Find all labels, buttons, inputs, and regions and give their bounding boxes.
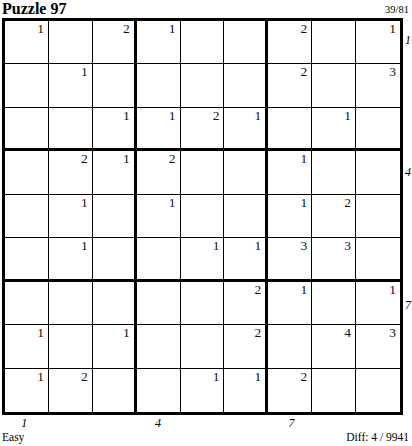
cell-r3c2[interactable] bbox=[49, 108, 93, 151]
cell-r1c2[interactable] bbox=[49, 21, 93, 64]
cell-clue-digit: 1 bbox=[123, 109, 130, 123]
row-label-7: 7 bbox=[405, 299, 411, 311]
cell-r7c7[interactable]: 1 bbox=[268, 282, 312, 325]
cell-r2c3[interactable] bbox=[93, 64, 137, 107]
cell-clue-digit: 1 bbox=[300, 152, 307, 166]
cell-clue-digit: 1 bbox=[255, 109, 262, 123]
cell-r5c6[interactable] bbox=[224, 195, 268, 238]
cell-clue-digit: 2 bbox=[344, 196, 351, 210]
cell-clue-digit: 1 bbox=[169, 22, 176, 36]
cell-r9c6[interactable]: 1 bbox=[224, 369, 268, 412]
cell-r7c9[interactable]: 1 bbox=[356, 282, 400, 325]
cell-clue-digit: 3 bbox=[389, 65, 396, 79]
cell-r8c1[interactable]: 1 bbox=[5, 325, 49, 368]
cell-clue-digit: 1 bbox=[169, 109, 176, 123]
cell-r8c2[interactable] bbox=[49, 325, 93, 368]
cell-clue-digit: 1 bbox=[300, 196, 307, 210]
cell-clue-digit: 2 bbox=[255, 326, 262, 340]
cell-r4c4[interactable]: 2 bbox=[137, 151, 181, 194]
cell-r3c7[interactable] bbox=[268, 108, 312, 151]
cell-r4c8[interactable] bbox=[312, 151, 356, 194]
cell-clue-digit: 1 bbox=[213, 370, 220, 384]
cell-clue-digit: 2 bbox=[300, 65, 307, 79]
cell-clue-digit: 1 bbox=[169, 196, 176, 210]
col-label-1: 1 bbox=[21, 417, 27, 429]
cell-r8c7[interactable] bbox=[268, 325, 312, 368]
cell-r2c8[interactable] bbox=[312, 64, 356, 107]
cell-r9c7[interactable]: 2 bbox=[268, 369, 312, 412]
cell-r1c8[interactable] bbox=[312, 21, 356, 64]
cell-r5c8[interactable]: 2 bbox=[312, 195, 356, 238]
col-coordinate-labels: 147 bbox=[2, 415, 403, 431]
cell-r2c1[interactable] bbox=[5, 64, 49, 107]
cell-r3c9[interactable] bbox=[356, 108, 400, 151]
cell-r7c2[interactable] bbox=[49, 282, 93, 325]
col-label-7: 7 bbox=[289, 417, 295, 429]
cell-clue-digit: 1 bbox=[255, 370, 262, 384]
board: 121211231121121211112111332111124312112 bbox=[2, 18, 403, 415]
cell-clue-digit: 2 bbox=[81, 370, 88, 384]
cell-r6c5[interactable]: 1 bbox=[181, 238, 225, 281]
cell-r9c4[interactable] bbox=[137, 369, 181, 412]
cell-clue-digit: 1 bbox=[81, 239, 88, 253]
cell-clue-digit: 2 bbox=[81, 152, 88, 166]
cell-clue-digit: 1 bbox=[81, 196, 88, 210]
cell-r4c6[interactable] bbox=[224, 151, 268, 194]
cell-r3c6[interactable]: 1 bbox=[224, 108, 268, 151]
cell-r6c1[interactable] bbox=[5, 238, 49, 281]
cell-r2c4[interactable] bbox=[137, 64, 181, 107]
cell-r3c5[interactable]: 2 bbox=[181, 108, 225, 151]
cell-r1c9[interactable]: 1 bbox=[356, 21, 400, 64]
cell-r2c6[interactable] bbox=[224, 64, 268, 107]
cell-r4c2[interactable]: 2 bbox=[49, 151, 93, 194]
row-label-1: 1 bbox=[405, 34, 411, 46]
cell-r2c9[interactable]: 3 bbox=[356, 64, 400, 107]
cell-clue-digit: 2 bbox=[123, 22, 130, 36]
cell-r1c5[interactable] bbox=[181, 21, 225, 64]
cell-clue-digit: 1 bbox=[81, 65, 88, 79]
cell-r9c8[interactable] bbox=[312, 369, 356, 412]
cell-r9c5[interactable]: 1 bbox=[181, 369, 225, 412]
cell-clue-digit: 1 bbox=[37, 370, 44, 384]
cell-r7c5[interactable] bbox=[181, 282, 225, 325]
cell-clue-digit: 1 bbox=[123, 152, 130, 166]
cell-r9c1[interactable]: 1 bbox=[5, 369, 49, 412]
cell-r3c8[interactable]: 1 bbox=[312, 108, 356, 151]
cell-r6c8[interactable]: 3 bbox=[312, 238, 356, 281]
cell-r8c4[interactable] bbox=[137, 325, 181, 368]
cell-r4c9[interactable] bbox=[356, 151, 400, 194]
row-label-4: 4 bbox=[405, 166, 411, 178]
cell-clue-digit: 3 bbox=[389, 326, 396, 340]
puzzle-page: Puzzle 97 39/81 121211231121121211112111… bbox=[0, 0, 412, 446]
cell-clue-digit: 1 bbox=[389, 22, 396, 36]
cell-r9c2[interactable]: 2 bbox=[49, 369, 93, 412]
cell-r4c3[interactable]: 1 bbox=[93, 151, 137, 194]
given-counter: 39/81 bbox=[385, 4, 409, 16]
cell-r5c1[interactable] bbox=[5, 195, 49, 238]
cell-r6c9[interactable] bbox=[356, 238, 400, 281]
cell-clue-digit: 3 bbox=[300, 239, 307, 253]
cell-clue-digit: 2 bbox=[169, 152, 176, 166]
cell-r6c2[interactable]: 1 bbox=[49, 238, 93, 281]
cell-r3c3[interactable]: 1 bbox=[93, 108, 137, 151]
cell-r7c4[interactable] bbox=[137, 282, 181, 325]
cell-clue-digit: 2 bbox=[300, 370, 307, 384]
cell-r5c7[interactable]: 1 bbox=[268, 195, 312, 238]
cell-r9c9[interactable] bbox=[356, 369, 400, 412]
cell-r1c6[interactable] bbox=[224, 21, 268, 64]
cell-r1c4[interactable]: 1 bbox=[137, 21, 181, 64]
cell-r6c3[interactable] bbox=[93, 238, 137, 281]
cell-r6c4[interactable] bbox=[137, 238, 181, 281]
cell-r4c1[interactable] bbox=[5, 151, 49, 194]
cell-r6c7[interactable]: 3 bbox=[268, 238, 312, 281]
cell-clue-digit: 2 bbox=[300, 22, 307, 36]
cell-r8c6[interactable]: 2 bbox=[224, 325, 268, 368]
cell-r8c9[interactable]: 3 bbox=[356, 325, 400, 368]
cell-clue-digit: 1 bbox=[255, 239, 262, 253]
cell-clue-digit: 1 bbox=[37, 22, 44, 36]
cell-r5c4[interactable]: 1 bbox=[137, 195, 181, 238]
cell-r7c3[interactable] bbox=[93, 282, 137, 325]
cell-r5c2[interactable]: 1 bbox=[49, 195, 93, 238]
difficulty-label: Easy bbox=[2, 431, 24, 444]
puzzle-title: Puzzle 97 bbox=[2, 0, 66, 17]
cell-r4c5[interactable] bbox=[181, 151, 225, 194]
cell-clue-digit: 2 bbox=[213, 109, 220, 123]
cell-r8c3[interactable]: 1 bbox=[93, 325, 137, 368]
cell-clue-digit: 1 bbox=[213, 239, 220, 253]
cell-r7c8[interactable] bbox=[312, 282, 356, 325]
cell-r2c7[interactable]: 2 bbox=[268, 64, 312, 107]
cell-r8c5[interactable] bbox=[181, 325, 225, 368]
diff-stat-label: Diff: 4 / 9941 bbox=[346, 431, 409, 444]
cell-clue-digit: 4 bbox=[344, 326, 351, 340]
cell-r1c7[interactable]: 2 bbox=[268, 21, 312, 64]
cell-r1c3[interactable]: 2 bbox=[93, 21, 137, 64]
col-label-4: 4 bbox=[155, 417, 161, 429]
cell-r8c8[interactable]: 4 bbox=[312, 325, 356, 368]
cell-r2c2[interactable]: 1 bbox=[49, 64, 93, 107]
cell-clue-digit: 1 bbox=[344, 109, 351, 123]
cell-r1c1[interactable]: 1 bbox=[5, 21, 49, 64]
cell-r3c1[interactable] bbox=[5, 108, 49, 151]
cell-clue-digit: 1 bbox=[389, 283, 396, 297]
cell-clue-digit: 1 bbox=[37, 326, 44, 340]
cell-clue-digit: 3 bbox=[344, 239, 351, 253]
cell-r4c7[interactable]: 1 bbox=[268, 151, 312, 194]
cell-r5c5[interactable] bbox=[181, 195, 225, 238]
cell-r5c9[interactable] bbox=[356, 195, 400, 238]
cell-r6c6[interactable]: 1 bbox=[224, 238, 268, 281]
cell-clue-digit: 1 bbox=[300, 283, 307, 297]
cell-r7c1[interactable] bbox=[5, 282, 49, 325]
cell-clue-digit: 1 bbox=[123, 326, 130, 340]
cell-r3c4[interactable]: 1 bbox=[137, 108, 181, 151]
cell-r7c6[interactable]: 2 bbox=[224, 282, 268, 325]
cell-r9c3[interactable] bbox=[93, 369, 137, 412]
cell-r2c5[interactable] bbox=[181, 64, 225, 107]
cell-r5c3[interactable] bbox=[93, 195, 137, 238]
cell-clue-digit: 2 bbox=[255, 283, 262, 297]
row-coordinate-labels: 147 bbox=[405, 18, 412, 415]
